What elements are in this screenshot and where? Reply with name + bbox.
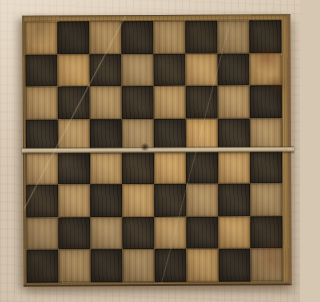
square-g6[interactable] xyxy=(218,86,250,119)
square-c1[interactable] xyxy=(91,250,123,283)
square-c3[interactable] xyxy=(90,184,122,217)
square-f3[interactable] xyxy=(186,184,218,217)
square-b1[interactable] xyxy=(59,250,91,283)
square-c7[interactable] xyxy=(89,54,121,87)
square-e8[interactable] xyxy=(153,21,185,54)
square-h4[interactable] xyxy=(250,151,282,184)
square-d3[interactable] xyxy=(122,184,154,217)
square-a3[interactable] xyxy=(26,185,58,218)
square-d4[interactable] xyxy=(122,152,154,185)
square-g3[interactable] xyxy=(218,184,250,217)
checkerboard xyxy=(22,14,291,286)
square-f7[interactable] xyxy=(185,53,217,86)
square-d1[interactable] xyxy=(123,249,155,282)
square-c4[interactable] xyxy=(90,152,122,185)
square-b2[interactable] xyxy=(58,217,90,250)
square-g8[interactable] xyxy=(217,21,249,54)
square-d6[interactable] xyxy=(122,86,154,119)
square-h1[interactable] xyxy=(251,249,283,282)
square-e7[interactable] xyxy=(153,53,185,86)
square-h8[interactable] xyxy=(249,20,281,53)
square-f1[interactable] xyxy=(187,249,219,282)
square-g1[interactable] xyxy=(219,249,251,282)
square-b7[interactable] xyxy=(57,54,89,87)
square-b4[interactable] xyxy=(58,152,90,185)
square-f8[interactable] xyxy=(185,21,217,54)
square-h7[interactable] xyxy=(249,53,281,86)
square-h2[interactable] xyxy=(250,216,282,249)
square-g7[interactable] xyxy=(217,53,249,86)
square-e1[interactable] xyxy=(155,249,187,282)
square-f4[interactable] xyxy=(186,151,218,184)
square-b8[interactable] xyxy=(57,21,89,54)
square-c6[interactable] xyxy=(90,86,122,119)
square-g4[interactable] xyxy=(218,151,250,184)
square-b3[interactable] xyxy=(58,184,90,217)
square-d8[interactable] xyxy=(121,21,153,54)
square-h6[interactable] xyxy=(250,86,282,119)
square-a7[interactable] xyxy=(25,54,57,87)
square-c2[interactable] xyxy=(90,217,122,250)
square-d2[interactable] xyxy=(122,217,154,250)
square-e2[interactable] xyxy=(154,217,186,250)
square-a6[interactable] xyxy=(26,87,58,120)
square-f2[interactable] xyxy=(186,216,218,249)
square-h3[interactable] xyxy=(250,183,282,216)
square-d7[interactable] xyxy=(121,54,153,87)
square-a2[interactable] xyxy=(26,217,58,250)
square-b6[interactable] xyxy=(58,87,90,120)
square-e4[interactable] xyxy=(154,151,186,184)
square-c8[interactable] xyxy=(89,21,121,54)
square-e6[interactable] xyxy=(154,86,186,119)
square-a8[interactable] xyxy=(25,22,57,55)
square-a4[interactable] xyxy=(26,152,58,185)
square-f6[interactable] xyxy=(186,86,218,119)
square-a1[interactable] xyxy=(27,250,59,283)
square-g2[interactable] xyxy=(218,216,250,249)
square-e3[interactable] xyxy=(154,184,186,217)
